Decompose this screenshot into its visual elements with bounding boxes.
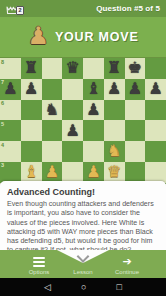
lesson-button[interactable]: Lesson bbox=[58, 256, 108, 276]
black-rook-b8[interactable]: ♜ bbox=[24, 58, 38, 78]
black-rook-f8[interactable]: ♜ bbox=[107, 58, 121, 78]
square-f4[interactable]: ♞ bbox=[104, 141, 125, 162]
square-e7[interactable]: ♝ bbox=[83, 79, 104, 100]
lesson-body: Even though counting attackers and defen… bbox=[7, 200, 159, 256]
lesson-label: Lesson bbox=[73, 269, 92, 276]
square-d4[interactable] bbox=[62, 141, 83, 162]
your-move-text: YOUR MOVE bbox=[55, 30, 139, 44]
square-h4[interactable] bbox=[145, 141, 166, 162]
square-b4[interactable] bbox=[21, 141, 42, 162]
white-pawn-c3[interactable]: ♟ bbox=[45, 162, 59, 182]
square-a7[interactable]: 7♟ bbox=[0, 79, 21, 100]
square-d5[interactable]: ♟ bbox=[62, 120, 83, 141]
square-d6[interactable] bbox=[62, 100, 83, 121]
square-c7[interactable] bbox=[42, 79, 63, 100]
square-d8[interactable]: ♛ bbox=[62, 58, 83, 79]
square-a3[interactable]: 3 bbox=[0, 162, 21, 183]
board-viewport: 8♜♛♜♚7♟♟♝♟♟♟6♞♟5♟4♞3♝♟♟♛ bbox=[0, 58, 166, 184]
lesson-level-indicator[interactable]: 2 bbox=[6, 3, 24, 15]
square-a6[interactable]: 6 bbox=[0, 100, 21, 121]
square-e3[interactable]: ♟ bbox=[83, 162, 104, 183]
top-header: 2 Question #5 of 5 bbox=[0, 0, 166, 17]
square-a4[interactable]: 4 bbox=[0, 141, 21, 162]
square-f3[interactable]: ♛ bbox=[104, 162, 125, 183]
black-pawn-e6[interactable]: ♟ bbox=[86, 100, 100, 120]
square-e6[interactable]: ♟ bbox=[83, 100, 104, 121]
square-c5[interactable] bbox=[42, 120, 63, 141]
rank-label-4: 4 bbox=[1, 142, 4, 148]
android-back-icon[interactable]: ◁ bbox=[44, 282, 51, 292]
square-h3[interactable] bbox=[145, 162, 166, 183]
black-queen-d8[interactable]: ♛ bbox=[65, 58, 79, 78]
square-e4[interactable] bbox=[83, 141, 104, 162]
rank-label-8: 8 bbox=[1, 59, 4, 65]
square-f7[interactable]: ♟ bbox=[104, 79, 125, 100]
square-f8[interactable]: ♜ bbox=[104, 58, 125, 79]
square-f6[interactable] bbox=[104, 100, 125, 121]
rank-label-6: 6 bbox=[1, 100, 4, 106]
square-f5[interactable] bbox=[104, 120, 125, 141]
square-h6[interactable] bbox=[145, 100, 166, 121]
square-a5[interactable]: 5 bbox=[0, 120, 21, 141]
square-c3[interactable]: ♟ bbox=[42, 162, 63, 183]
white-bishop-b3[interactable]: ♝ bbox=[24, 162, 38, 182]
level-badge: 2 bbox=[16, 6, 24, 15]
square-g7[interactable]: ♟ bbox=[125, 79, 146, 100]
black-pawn-b7[interactable]: ♟ bbox=[24, 79, 38, 99]
lesson-title: Advanced Counting! bbox=[7, 187, 159, 197]
white-knight-f4[interactable]: ♞ bbox=[107, 141, 121, 161]
white-pawn-e3[interactable]: ♟ bbox=[86, 162, 100, 182]
black-pawn-a7[interactable]: ♟ bbox=[3, 79, 17, 99]
pawn-icon: ♟ bbox=[27, 24, 49, 48]
square-c8[interactable] bbox=[42, 58, 63, 79]
square-a8[interactable]: 8 bbox=[0, 58, 21, 79]
black-pawn-g7[interactable]: ♟ bbox=[128, 79, 142, 99]
rank-label-3: 3 bbox=[1, 162, 4, 168]
hamburger-icon bbox=[33, 257, 45, 268]
chess-board[interactable]: 8♜♛♜♚7♟♟♝♟♟♟6♞♟5♟4♞3♝♟♟♛ bbox=[0, 58, 166, 184]
square-b3[interactable]: ♝ bbox=[21, 162, 42, 183]
square-g6[interactable] bbox=[125, 100, 146, 121]
arrow-right-icon: ➔ bbox=[122, 255, 131, 267]
square-g3[interactable] bbox=[125, 162, 146, 183]
white-queen-f3[interactable]: ♛ bbox=[107, 162, 121, 182]
square-b7[interactable]: ♟ bbox=[21, 79, 42, 100]
square-b6[interactable] bbox=[21, 100, 42, 121]
continue-button[interactable]: ➔ Continue bbox=[102, 253, 152, 276]
black-pawn-h7[interactable]: ♟ bbox=[148, 79, 162, 99]
square-h8[interactable] bbox=[145, 58, 166, 79]
square-c6[interactable]: ♞ bbox=[42, 100, 63, 121]
lesson-sheet: Advanced Counting! Even though counting … bbox=[0, 181, 166, 250]
square-b5[interactable] bbox=[21, 120, 42, 141]
square-e5[interactable] bbox=[83, 120, 104, 141]
square-h7[interactable]: ♟ bbox=[145, 79, 166, 100]
question-counter: Question #5 of 5 bbox=[96, 4, 160, 13]
square-e8[interactable] bbox=[83, 58, 104, 79]
black-pawn-d5[interactable]: ♟ bbox=[65, 121, 79, 141]
options-button[interactable]: Options bbox=[14, 254, 64, 277]
rank-label-5: 5 bbox=[1, 121, 4, 127]
square-c4[interactable] bbox=[42, 141, 63, 162]
square-h5[interactable] bbox=[145, 120, 166, 141]
square-d3[interactable] bbox=[62, 162, 83, 183]
android-home-icon[interactable]: ○ bbox=[81, 282, 86, 292]
continue-label: Continue bbox=[115, 269, 139, 276]
android-recents-icon[interactable]: □ bbox=[116, 282, 121, 292]
android-nav-bar: ◁ ○ □ bbox=[0, 278, 166, 296]
bottom-action-bar: Options Lesson ➔ Continue bbox=[0, 250, 166, 278]
options-label: Options bbox=[29, 269, 50, 276]
rank-label-7: 7 bbox=[1, 79, 4, 85]
square-g4[interactable] bbox=[125, 141, 146, 162]
black-pawn-f7[interactable]: ♟ bbox=[107, 79, 121, 99]
your-move-banner: ♟ YOUR MOVE bbox=[0, 17, 166, 58]
square-b8[interactable]: ♜ bbox=[21, 58, 42, 79]
square-d7[interactable] bbox=[62, 79, 83, 100]
square-g8[interactable]: ♚ bbox=[125, 58, 146, 79]
black-knight-c6[interactable]: ♞ bbox=[45, 100, 59, 120]
black-bishop-e7[interactable]: ♝ bbox=[86, 79, 100, 99]
black-king-g8[interactable]: ♚ bbox=[128, 58, 142, 78]
square-g5[interactable] bbox=[125, 120, 146, 141]
